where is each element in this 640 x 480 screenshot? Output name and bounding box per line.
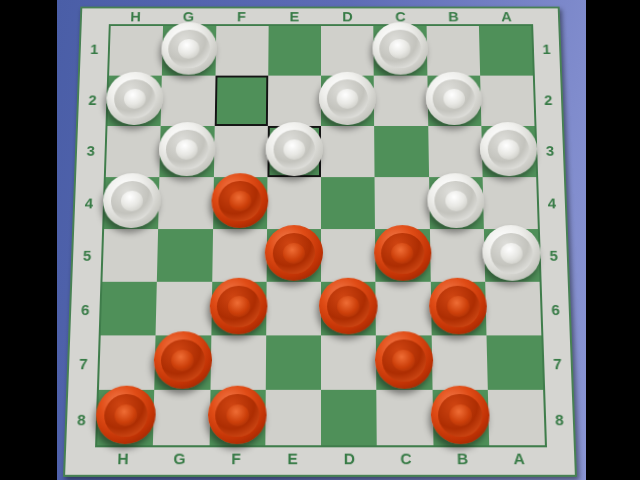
- frame-corner-tl: [82, 8, 110, 24]
- square-D3[interactable]: [321, 126, 375, 177]
- square-F1[interactable]: [215, 26, 268, 76]
- square-H8[interactable]: [97, 390, 154, 445]
- square-G5[interactable]: [157, 229, 212, 282]
- col-label-top-A: A: [480, 8, 533, 24]
- row-label-left-2: 2: [78, 74, 107, 125]
- square-F4[interactable]: [213, 177, 268, 229]
- piece-dome: [283, 243, 305, 264]
- square-G6[interactable]: [156, 282, 212, 336]
- row-label-left-8: 8: [66, 391, 97, 447]
- piece-dome: [443, 89, 465, 109]
- piece-red-G7[interactable]: [153, 332, 213, 390]
- square-E6[interactable]: [266, 282, 321, 336]
- square-B2[interactable]: [427, 76, 481, 126]
- piece-red-D6[interactable]: [319, 278, 377, 335]
- board-grid: [95, 24, 547, 447]
- row-label-right-8: 8: [545, 391, 574, 447]
- square-C5[interactable]: [375, 229, 430, 282]
- square-D1[interactable]: [321, 26, 374, 76]
- square-G3[interactable]: [160, 126, 215, 177]
- row-label-right-4: 4: [538, 177, 566, 229]
- frame-corner-tr: [533, 8, 559, 24]
- square-D5[interactable]: [321, 229, 376, 282]
- col-label-bottom-F: F: [208, 447, 265, 474]
- col-label-bottom-E: E: [264, 447, 321, 474]
- square-A4[interactable]: [482, 177, 537, 229]
- square-B1[interactable]: [426, 26, 480, 76]
- square-C3[interactable]: [374, 126, 428, 177]
- piece-red-F6[interactable]: [209, 278, 268, 335]
- square-C7[interactable]: [376, 335, 432, 389]
- piece-white-E3[interactable]: [266, 122, 323, 176]
- col-label-top-E: E: [268, 8, 321, 24]
- square-F6[interactable]: [211, 282, 267, 336]
- square-F8[interactable]: [209, 390, 265, 445]
- col-label-top-B: B: [427, 8, 480, 24]
- piece-red-C5[interactable]: [374, 225, 432, 281]
- piece-white-G3[interactable]: [158, 122, 216, 176]
- col-label-bottom-H: H: [94, 447, 151, 474]
- row-label-right-3: 3: [536, 125, 563, 177]
- square-B8[interactable]: [432, 390, 489, 445]
- row-label-left-6: 6: [70, 282, 100, 336]
- frame-corner-bl: [65, 447, 95, 474]
- row-label-right-6: 6: [542, 282, 570, 336]
- square-A5[interactable]: [484, 229, 540, 282]
- square-A3[interactable]: [481, 126, 536, 177]
- square-F3[interactable]: [213, 126, 267, 177]
- square-B4[interactable]: [429, 177, 484, 229]
- square-G4[interactable]: [158, 177, 213, 229]
- frame-corner-br: [547, 447, 575, 474]
- col-label-bottom-G: G: [151, 447, 208, 474]
- letterbox-left: [0, 0, 57, 480]
- square-E4[interactable]: [267, 177, 321, 229]
- piece-dome: [229, 190, 251, 211]
- square-E5[interactable]: [266, 229, 321, 282]
- square-G2[interactable]: [161, 76, 215, 126]
- piece-red-B6[interactable]: [429, 278, 488, 335]
- board-frame: HHGGFFEEDDCCBBAA1122334455667788: [63, 7, 577, 477]
- square-F7[interactable]: [210, 335, 266, 389]
- piece-white-H4[interactable]: [103, 174, 162, 229]
- square-D2[interactable]: [321, 76, 374, 126]
- square-E8[interactable]: [265, 390, 321, 445]
- piece-white-H2[interactable]: [106, 72, 164, 125]
- square-F2[interactable]: [214, 76, 268, 126]
- row-label-right-1: 1: [533, 24, 560, 74]
- col-label-top-H: H: [109, 8, 162, 24]
- square-H3[interactable]: [106, 126, 161, 177]
- square-B5[interactable]: [429, 229, 485, 282]
- piece-white-C1[interactable]: [372, 23, 429, 76]
- piece-red-B8[interactable]: [430, 386, 490, 445]
- piece-white-D2[interactable]: [319, 72, 376, 125]
- square-E3[interactable]: [267, 126, 321, 177]
- square-E1[interactable]: [268, 26, 321, 76]
- square-C2[interactable]: [374, 76, 428, 126]
- square-H5[interactable]: [102, 229, 158, 282]
- piece-dome: [228, 296, 250, 318]
- square-C4[interactable]: [375, 177, 430, 229]
- square-A6[interactable]: [485, 282, 541, 336]
- piece-dome: [445, 190, 467, 211]
- col-label-top-F: F: [215, 8, 268, 24]
- square-G1[interactable]: [162, 26, 216, 76]
- piece-dome: [337, 89, 359, 109]
- square-A2[interactable]: [480, 76, 535, 126]
- piece-red-C7[interactable]: [374, 332, 433, 390]
- piece-dome: [337, 296, 359, 318]
- piece-red-F8[interactable]: [207, 386, 267, 445]
- square-C6[interactable]: [376, 282, 432, 336]
- square-E2[interactable]: [268, 76, 321, 126]
- piece-dome: [226, 404, 249, 426]
- piece-white-A3[interactable]: [479, 122, 537, 176]
- square-E7[interactable]: [266, 335, 322, 389]
- square-F5[interactable]: [212, 229, 267, 282]
- row-label-left-1: 1: [80, 24, 109, 74]
- col-label-top-D: D: [321, 8, 374, 24]
- letterbox-right: [586, 0, 640, 480]
- col-label-bottom-B: B: [434, 447, 491, 474]
- piece-dome: [497, 139, 519, 160]
- square-B7[interactable]: [431, 335, 487, 389]
- piece-dome: [447, 296, 470, 318]
- col-label-bottom-D: D: [321, 447, 378, 474]
- col-label-bottom-C: C: [378, 447, 435, 474]
- col-label-bottom-A: A: [491, 447, 548, 474]
- square-G8[interactable]: [153, 390, 210, 445]
- row-label-right-2: 2: [535, 74, 562, 125]
- piece-white-B4[interactable]: [427, 174, 485, 229]
- square-D7[interactable]: [321, 335, 377, 389]
- square-A7[interactable]: [486, 335, 543, 389]
- piece-dome: [283, 139, 305, 160]
- piece-red-H8[interactable]: [96, 386, 157, 445]
- square-H6[interactable]: [101, 282, 157, 336]
- piece-red-F4[interactable]: [211, 174, 269, 229]
- square-A8[interactable]: [488, 390, 545, 445]
- square-D4[interactable]: [321, 177, 375, 229]
- square-C1[interactable]: [374, 26, 427, 76]
- square-C8[interactable]: [377, 390, 433, 445]
- piece-red-E5[interactable]: [265, 225, 323, 281]
- square-B6[interactable]: [430, 282, 486, 336]
- square-H7[interactable]: [99, 335, 156, 389]
- piece-dome: [449, 404, 472, 426]
- row-label-right-5: 5: [540, 229, 568, 282]
- square-H1[interactable]: [109, 26, 163, 76]
- square-H2[interactable]: [107, 76, 162, 126]
- square-D8[interactable]: [321, 390, 377, 445]
- square-D6[interactable]: [321, 282, 376, 336]
- square-B3[interactable]: [428, 126, 483, 177]
- square-G7[interactable]: [154, 335, 210, 389]
- row-label-left-5: 5: [72, 229, 102, 282]
- piece-white-G1[interactable]: [160, 23, 217, 76]
- row-label-left-7: 7: [68, 336, 98, 391]
- square-A1[interactable]: [479, 26, 533, 76]
- square-H4[interactable]: [104, 177, 159, 229]
- row-label-right-7: 7: [543, 336, 571, 391]
- row-label-left-3: 3: [76, 125, 105, 177]
- piece-white-B2[interactable]: [425, 72, 482, 125]
- app-window: HHGGFFEEDDCCBBAA1122334455667788: [0, 0, 640, 480]
- piece-white-A5[interactable]: [482, 225, 541, 281]
- row-label-left-4: 4: [74, 177, 104, 229]
- piece-dome: [500, 243, 523, 264]
